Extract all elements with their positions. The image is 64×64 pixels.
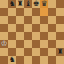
square-f1[interactable] <box>40 56 48 64</box>
square-h5[interactable] <box>56 24 64 32</box>
square-h8[interactable] <box>56 0 64 8</box>
square-g3[interactable] <box>48 40 56 48</box>
square-a7[interactable] <box>0 8 8 16</box>
square-c1[interactable] <box>16 56 24 64</box>
white-king-a3[interactable]: ♔ <box>1 40 8 48</box>
square-b3[interactable] <box>8 40 16 48</box>
square-e5[interactable] <box>32 24 40 32</box>
square-f7[interactable] <box>40 8 48 16</box>
square-f8[interactable]: ♛ <box>40 0 48 8</box>
square-h4[interactable] <box>56 32 64 40</box>
square-e7[interactable] <box>32 8 40 16</box>
square-c6[interactable] <box>16 16 24 24</box>
square-b1[interactable]: ♞ <box>8 56 16 64</box>
square-h7[interactable] <box>56 8 64 16</box>
square-d8[interactable]: ♝ <box>24 0 32 8</box>
square-c4[interactable] <box>16 32 24 40</box>
square-d1[interactable] <box>24 56 32 64</box>
square-g7[interactable] <box>48 8 56 16</box>
square-h6[interactable] <box>56 16 64 24</box>
square-d6[interactable] <box>24 16 32 24</box>
square-a2[interactable] <box>0 48 8 56</box>
square-f6[interactable] <box>40 16 48 24</box>
square-a8[interactable] <box>0 0 8 8</box>
black-king-e8[interactable]: ♚ <box>33 0 40 8</box>
square-b8[interactable]: ♞ <box>8 0 16 8</box>
square-a1[interactable] <box>0 56 8 64</box>
square-d7[interactable] <box>24 8 32 16</box>
black-rook-h2[interactable]: ♜ <box>57 48 64 56</box>
square-e1[interactable] <box>32 56 40 64</box>
square-d4[interactable] <box>24 32 32 40</box>
square-c5[interactable] <box>16 24 24 32</box>
square-d3[interactable] <box>24 40 32 48</box>
square-f4[interactable] <box>40 32 48 40</box>
square-g2[interactable] <box>48 48 56 56</box>
square-d5[interactable] <box>24 24 32 32</box>
black-rook-c8[interactable]: ♜ <box>17 0 24 8</box>
square-g4[interactable] <box>48 32 56 40</box>
square-a5[interactable] <box>0 24 8 32</box>
square-e2[interactable] <box>32 48 40 56</box>
black-knight-b1[interactable]: ♞ <box>9 56 16 64</box>
black-queen-f8[interactable]: ♛ <box>41 0 48 8</box>
square-e3[interactable] <box>32 40 40 48</box>
square-e4[interactable] <box>32 32 40 40</box>
black-bishop-d8[interactable]: ♝ <box>25 0 32 8</box>
square-f3[interactable] <box>40 40 48 48</box>
square-c7[interactable] <box>16 8 24 16</box>
square-b7[interactable] <box>8 8 16 16</box>
square-g5[interactable] <box>48 24 56 32</box>
square-b5[interactable] <box>8 24 16 32</box>
square-g8[interactable] <box>48 0 56 8</box>
square-b6[interactable] <box>8 16 16 24</box>
square-c2[interactable] <box>16 48 24 56</box>
square-h2[interactable]: ♜ <box>56 48 64 56</box>
square-e6[interactable] <box>32 16 40 24</box>
square-a6[interactable] <box>0 16 8 24</box>
chess-board: ♞♜♝♚♛♔♜♞ <box>0 0 64 64</box>
square-f5[interactable] <box>40 24 48 32</box>
square-d2[interactable] <box>24 48 32 56</box>
square-g1[interactable] <box>48 56 56 64</box>
square-c8[interactable]: ♜ <box>16 0 24 8</box>
square-b4[interactable] <box>8 32 16 40</box>
black-knight-b8[interactable]: ♞ <box>9 0 16 8</box>
square-c3[interactable] <box>16 40 24 48</box>
square-h1[interactable] <box>56 56 64 64</box>
square-a3[interactable]: ♔ <box>0 40 8 48</box>
square-e8[interactable]: ♚ <box>32 0 40 8</box>
square-g6[interactable] <box>48 16 56 24</box>
square-f2[interactable] <box>40 48 48 56</box>
